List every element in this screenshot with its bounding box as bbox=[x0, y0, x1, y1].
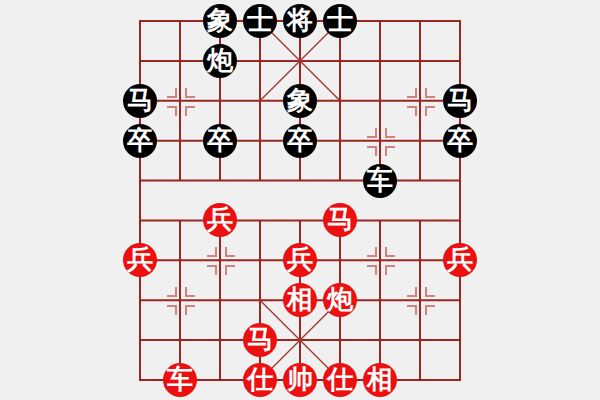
piece-red-advisor[interactable]: 仕 bbox=[243, 363, 277, 397]
piece-red-cannon[interactable]: 炮 bbox=[323, 283, 357, 317]
piece-black-general[interactable]: 将 bbox=[283, 4, 317, 38]
piece-black-chariot[interactable]: 车 bbox=[363, 164, 397, 198]
piece-black-elephant[interactable]: 象 bbox=[203, 4, 237, 38]
piece-red-advisor[interactable]: 仕 bbox=[323, 363, 357, 397]
piece-red-horse[interactable]: 马 bbox=[323, 203, 357, 237]
piece-black-advisor[interactable]: 士 bbox=[323, 4, 357, 38]
piece-red-soldier[interactable]: 兵 bbox=[443, 243, 477, 277]
piece-black-soldier[interactable]: 卒 bbox=[123, 124, 157, 158]
piece-black-elephant[interactable]: 象 bbox=[283, 84, 317, 118]
piece-red-soldier[interactable]: 兵 bbox=[203, 203, 237, 237]
xiangqi-board[interactable]: 将士士象象马马炮车卒卒卒卒帅仕仕相相马马炮车兵兵兵兵 bbox=[0, 0, 600, 400]
piece-black-soldier[interactable]: 卒 bbox=[283, 124, 317, 158]
piece-red-elephant[interactable]: 相 bbox=[283, 283, 317, 317]
piece-black-soldier[interactable]: 卒 bbox=[203, 124, 237, 158]
piece-red-horse[interactable]: 马 bbox=[243, 323, 277, 357]
piece-black-horse[interactable]: 马 bbox=[123, 84, 157, 118]
piece-red-chariot[interactable]: 车 bbox=[163, 363, 197, 397]
piece-red-soldier[interactable]: 兵 bbox=[123, 243, 157, 277]
piece-black-soldier[interactable]: 卒 bbox=[443, 124, 477, 158]
piece-red-elephant[interactable]: 相 bbox=[363, 363, 397, 397]
piece-black-cannon[interactable]: 炮 bbox=[203, 44, 237, 78]
board-grid bbox=[0, 0, 600, 400]
piece-black-horse[interactable]: 马 bbox=[443, 84, 477, 118]
piece-red-soldier[interactable]: 兵 bbox=[283, 243, 317, 277]
piece-black-advisor[interactable]: 士 bbox=[243, 4, 277, 38]
xiangqi-app: 将士士象象马马炮车卒卒卒卒帅仕仕相相马马炮车兵兵兵兵 bbox=[0, 0, 600, 400]
piece-red-general[interactable]: 帅 bbox=[283, 363, 317, 397]
